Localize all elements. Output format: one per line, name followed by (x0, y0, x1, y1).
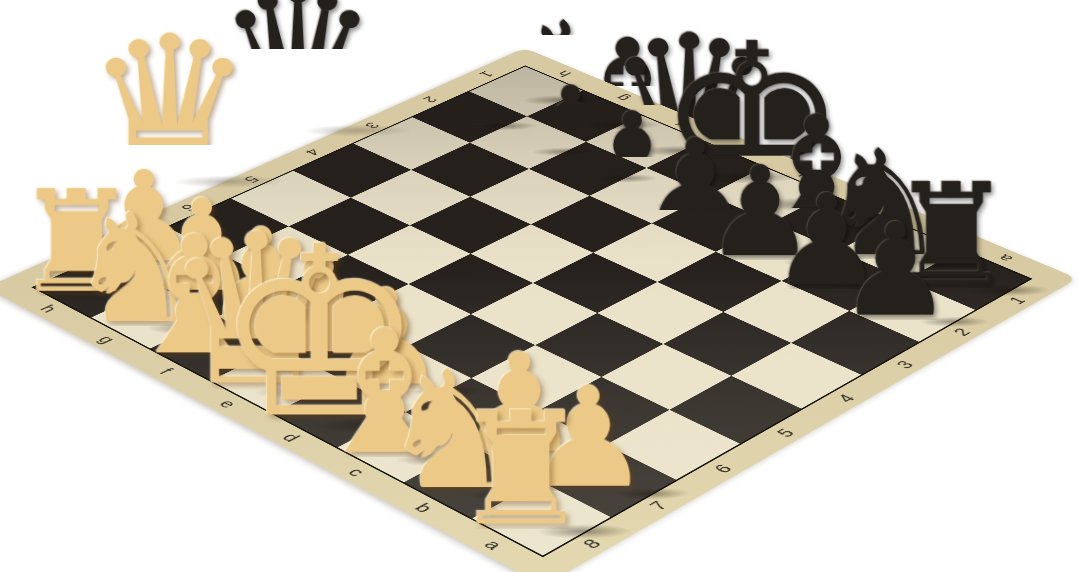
pawn-glyph: ♟ (838, 207, 953, 335)
chess-board: hgfedcbahgfedcba1234567812345678 ♜♞♝♛♚♝♞… (0, 48, 1078, 572)
rook-glyph: ♜ (451, 391, 591, 547)
chess-set-product-photo: hgfedcbahgfedcba1234567812345678 ♜♞♝♛♚♝♞… (0, 0, 1080, 572)
piece-black-pawn-a2[interactable]: ♟ (814, 55, 977, 320)
piece-camel-rook-a8[interactable]: ♜ (432, 239, 611, 529)
